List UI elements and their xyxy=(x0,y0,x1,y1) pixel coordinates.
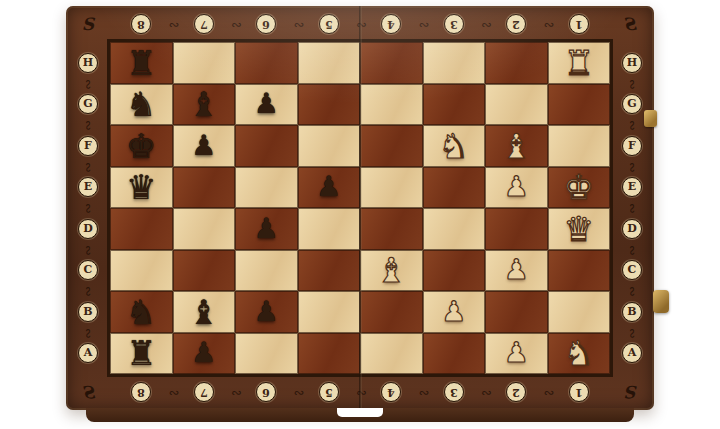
square-e8: ♛ xyxy=(110,167,173,209)
rank-label-slot: 5∾ xyxy=(298,6,361,42)
black-pawn: ♟ xyxy=(191,339,216,367)
file-label-slot: E∾ xyxy=(66,167,110,209)
file-label: H xyxy=(622,53,642,73)
square-f3: ♞ xyxy=(423,125,486,167)
white-bishop: ♝ xyxy=(376,253,406,287)
black-rook: ♜ xyxy=(126,336,156,370)
rank-label-slot: 2∾ xyxy=(485,374,548,410)
square-b7: ♝ xyxy=(173,291,236,333)
rank-label: 6 xyxy=(256,14,276,34)
square-g8: ♞ xyxy=(110,84,173,126)
file-label: B xyxy=(622,302,642,322)
black-knight: ♞ xyxy=(126,295,156,329)
square-c1 xyxy=(548,250,611,292)
rank-label-slot: 3∾ xyxy=(423,6,486,42)
square-c3 xyxy=(423,250,486,292)
square-c6 xyxy=(235,250,298,292)
square-c8 xyxy=(110,250,173,292)
white-king: ♚ xyxy=(564,170,594,204)
square-h7 xyxy=(173,42,236,84)
square-d6: ♟ xyxy=(235,208,298,250)
box-side xyxy=(86,408,634,422)
square-g7: ♝ xyxy=(173,84,236,126)
file-label: G xyxy=(78,94,98,114)
square-a4 xyxy=(360,333,423,375)
file-label-slot: C∾ xyxy=(66,250,110,292)
square-a8: ♜ xyxy=(110,333,173,375)
file-label: H xyxy=(78,53,98,73)
rank-label: 5 xyxy=(319,14,339,34)
rank-label-slot: 4∾ xyxy=(360,6,423,42)
rank-label: 8 xyxy=(131,14,151,34)
corner-scroll-ornament: S xyxy=(66,6,110,42)
file-label-slot: A xyxy=(66,333,110,375)
fold-seam xyxy=(359,6,362,410)
rank-label: 1 xyxy=(569,382,589,402)
white-pawn: ♟ xyxy=(504,256,529,284)
chess-set-photo: S S S S 8∾7∾6∾5∾4∾3∾2∾1 8∾7∾6∾5∾4∾3∾2∾1 … xyxy=(0,0,720,429)
file-label: A xyxy=(78,343,98,363)
square-d7 xyxy=(173,208,236,250)
rank-label: 2 xyxy=(506,14,526,34)
file-label-slot: B∾ xyxy=(66,291,110,333)
rank-label: 3 xyxy=(444,14,464,34)
white-pawn: ♟ xyxy=(441,298,466,326)
brass-clasp-icon xyxy=(644,110,657,127)
square-f5 xyxy=(298,125,361,167)
rank-label: 4 xyxy=(381,14,401,34)
square-e2: ♟ xyxy=(485,167,548,209)
file-label-slot: D∾ xyxy=(66,208,110,250)
rank-label-slot: 7∾ xyxy=(173,374,236,410)
rank-label: 2 xyxy=(506,382,526,402)
square-h5 xyxy=(298,42,361,84)
brass-hinge-icon xyxy=(653,290,669,313)
rank-label-slot: 3∾ xyxy=(423,374,486,410)
rank-label-slot: 2∾ xyxy=(485,6,548,42)
rank-label: 6 xyxy=(256,382,276,402)
square-h2 xyxy=(485,42,548,84)
square-e4 xyxy=(360,167,423,209)
square-f2: ♝ xyxy=(485,125,548,167)
file-label: D xyxy=(78,219,98,239)
square-b5 xyxy=(298,291,361,333)
white-knight: ♞ xyxy=(439,129,469,163)
square-g1 xyxy=(548,84,611,126)
rank-label-slot: 8∾ xyxy=(110,6,173,42)
black-pawn: ♟ xyxy=(316,173,341,201)
rank-label: 7 xyxy=(194,14,214,34)
square-f8: ♚ xyxy=(110,125,173,167)
square-a6 xyxy=(235,333,298,375)
square-b4 xyxy=(360,291,423,333)
file-label: G xyxy=(622,94,642,114)
square-h4 xyxy=(360,42,423,84)
file-labels-left: H∾G∾F∾E∾D∾C∾B∾A xyxy=(66,42,110,374)
rank-label-slot: 5∾ xyxy=(298,374,361,410)
file-label-slot: B∾ xyxy=(610,291,654,333)
square-f1 xyxy=(548,125,611,167)
file-labels-right: H∾G∾F∾E∾D∾C∾B∾A xyxy=(610,42,654,374)
rank-label: 7 xyxy=(194,382,214,402)
file-label-slot: A xyxy=(610,333,654,375)
square-e5: ♟ xyxy=(298,167,361,209)
square-b3: ♟ xyxy=(423,291,486,333)
black-pawn: ♟ xyxy=(254,298,279,326)
square-b2 xyxy=(485,291,548,333)
file-label-slot: D∾ xyxy=(610,208,654,250)
black-knight: ♞ xyxy=(126,87,156,121)
square-e6 xyxy=(235,167,298,209)
square-g3 xyxy=(423,84,486,126)
square-h1: ♜ xyxy=(548,42,611,84)
black-pawn: ♟ xyxy=(254,215,279,243)
rank-label-slot: 7∾ xyxy=(173,6,236,42)
square-g4 xyxy=(360,84,423,126)
black-bishop: ♝ xyxy=(189,87,219,121)
file-label: F xyxy=(78,136,98,156)
square-g2 xyxy=(485,84,548,126)
file-label: C xyxy=(78,260,98,280)
square-b8: ♞ xyxy=(110,291,173,333)
square-d2 xyxy=(485,208,548,250)
rank-label: 3 xyxy=(444,382,464,402)
black-queen: ♛ xyxy=(126,170,156,204)
corner-scroll-ornament: S xyxy=(610,374,654,410)
black-bishop: ♝ xyxy=(189,295,219,329)
white-queen: ♛ xyxy=(564,212,594,246)
file-label: C xyxy=(622,260,642,280)
black-king: ♚ xyxy=(126,129,156,163)
file-label: F xyxy=(622,136,642,156)
file-label-slot: F∾ xyxy=(66,125,110,167)
rank-label: 1 xyxy=(569,14,589,34)
square-h6 xyxy=(235,42,298,84)
square-c5 xyxy=(298,250,361,292)
square-h8: ♜ xyxy=(110,42,173,84)
black-pawn: ♟ xyxy=(191,132,216,160)
square-b6: ♟ xyxy=(235,291,298,333)
rank-label-slot: 6∾ xyxy=(235,6,298,42)
white-bishop: ♝ xyxy=(501,129,531,163)
file-label-slot: G∾ xyxy=(66,84,110,126)
file-label-slot: E∾ xyxy=(610,167,654,209)
square-a2: ♟ xyxy=(485,333,548,375)
square-f4 xyxy=(360,125,423,167)
black-rook: ♜ xyxy=(126,46,156,80)
file-label-slot: C∾ xyxy=(610,250,654,292)
corner-scroll-ornament: S xyxy=(610,6,654,42)
black-pawn: ♟ xyxy=(254,90,279,118)
square-d4 xyxy=(360,208,423,250)
file-label: E xyxy=(622,177,642,197)
square-c2: ♟ xyxy=(485,250,548,292)
square-e3 xyxy=(423,167,486,209)
file-label: D xyxy=(622,219,642,239)
white-pawn: ♟ xyxy=(504,339,529,367)
square-f7: ♟ xyxy=(173,125,236,167)
square-b1 xyxy=(548,291,611,333)
square-a3 xyxy=(423,333,486,375)
square-g6: ♟ xyxy=(235,84,298,126)
square-h3 xyxy=(423,42,486,84)
square-a7: ♟ xyxy=(173,333,236,375)
square-c7 xyxy=(173,250,236,292)
file-label: E xyxy=(78,177,98,197)
square-g5 xyxy=(298,84,361,126)
corner-scroll-ornament: S xyxy=(66,374,110,410)
file-label-slot: F∾ xyxy=(610,125,654,167)
file-label: B xyxy=(78,302,98,322)
file-label: A xyxy=(622,343,642,363)
white-rook: ♜ xyxy=(564,46,594,80)
square-d1: ♛ xyxy=(548,208,611,250)
rank-label: 4 xyxy=(381,382,401,402)
white-knight: ♞ xyxy=(564,336,594,370)
square-e7 xyxy=(173,167,236,209)
rank-label-slot: 1 xyxy=(548,6,611,42)
square-f6 xyxy=(235,125,298,167)
square-a1: ♞ xyxy=(548,333,611,375)
chess-board: S S S S 8∾7∾6∾5∾4∾3∾2∾1 8∾7∾6∾5∾4∾3∾2∾1 … xyxy=(66,6,654,410)
square-d5 xyxy=(298,208,361,250)
square-d8 xyxy=(110,208,173,250)
rank-label-slot: 6∾ xyxy=(235,374,298,410)
rank-label-slot: 8∾ xyxy=(110,374,173,410)
rank-label: 8 xyxy=(131,382,151,402)
box-side-notch xyxy=(337,408,383,417)
white-pawn: ♟ xyxy=(504,173,529,201)
file-label-slot: H∾ xyxy=(66,42,110,84)
square-a5 xyxy=(298,333,361,375)
square-d3 xyxy=(423,208,486,250)
rank-label-slot: 1 xyxy=(548,374,611,410)
square-e1: ♚ xyxy=(548,167,611,209)
square-c4: ♝ xyxy=(360,250,423,292)
rank-label: 5 xyxy=(319,382,339,402)
rank-label-slot: 4∾ xyxy=(360,374,423,410)
file-label-slot: H∾ xyxy=(610,42,654,84)
